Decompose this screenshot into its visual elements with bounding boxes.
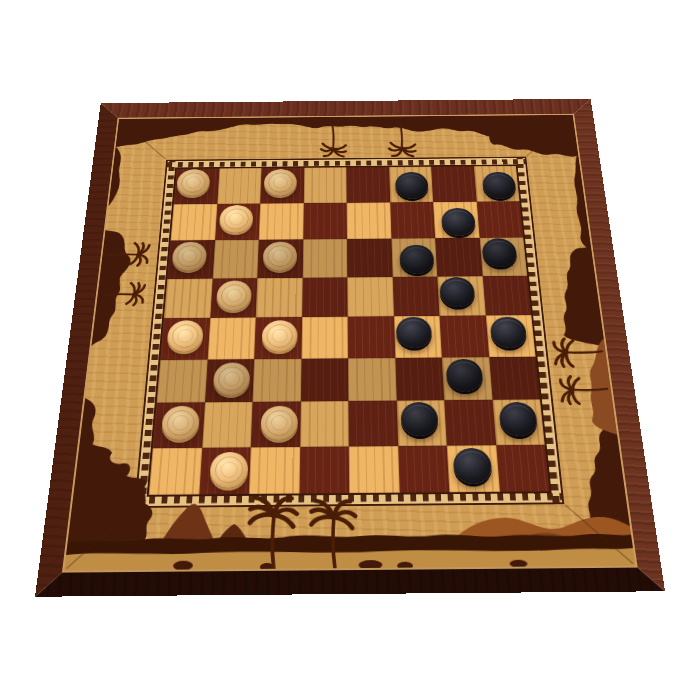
square-a2[interactable] xyxy=(153,402,205,447)
square-a8[interactable] xyxy=(174,168,219,204)
square-f5[interactable] xyxy=(392,276,439,316)
square-b8[interactable] xyxy=(217,168,262,204)
square-g7[interactable] xyxy=(433,201,479,238)
square-a4[interactable] xyxy=(160,318,209,360)
square-d4[interactable] xyxy=(301,317,348,359)
square-d1[interactable] xyxy=(299,446,349,494)
square-e3[interactable] xyxy=(348,358,396,402)
square-g1[interactable] xyxy=(447,445,500,492)
checker-piece-light[interactable] xyxy=(212,362,250,395)
tabletop xyxy=(35,99,665,597)
square-b4[interactable] xyxy=(207,317,256,359)
square-e4[interactable] xyxy=(348,316,395,358)
square-g2[interactable] xyxy=(444,400,496,445)
square-b6[interactable] xyxy=(212,240,258,278)
checker-piece-dark[interactable] xyxy=(399,245,434,274)
square-d6[interactable] xyxy=(302,239,347,277)
checker-piece-light[interactable] xyxy=(262,320,298,352)
square-e8[interactable] xyxy=(346,167,390,203)
checker-piece-light[interactable] xyxy=(172,242,208,271)
square-b2[interactable] xyxy=(202,402,253,447)
checker-piece-dark[interactable] xyxy=(441,208,476,236)
checker-piece-light[interactable] xyxy=(219,205,254,233)
square-c7[interactable] xyxy=(259,203,304,240)
checker-piece-light[interactable] xyxy=(176,169,211,196)
square-h2[interactable] xyxy=(492,399,545,444)
square-d3[interactable] xyxy=(300,358,348,402)
square-b1[interactable] xyxy=(199,447,251,495)
square-g8[interactable] xyxy=(431,166,476,201)
square-g3[interactable] xyxy=(442,357,492,400)
square-h8[interactable] xyxy=(473,166,519,201)
square-f4[interactable] xyxy=(394,316,442,358)
square-a3[interactable] xyxy=(157,359,208,403)
square-h1[interactable] xyxy=(496,444,550,491)
square-b5[interactable] xyxy=(210,278,257,318)
checker-piece-dark[interactable] xyxy=(498,402,538,437)
square-d2[interactable] xyxy=(300,401,349,446)
square-c8[interactable] xyxy=(260,168,304,204)
square-b3[interactable] xyxy=(205,359,255,403)
square-e6[interactable] xyxy=(347,239,392,277)
square-f8[interactable] xyxy=(389,167,433,202)
checker-piece-light[interactable] xyxy=(167,320,205,352)
square-d5[interactable] xyxy=(302,277,348,317)
checker-piece-light[interactable] xyxy=(161,406,200,441)
checker-piece-light[interactable] xyxy=(216,280,252,310)
square-g6[interactable] xyxy=(435,238,482,276)
square-f3[interactable] xyxy=(395,357,444,401)
checker-piece-dark[interactable] xyxy=(453,448,493,484)
checker-piece-dark[interactable] xyxy=(489,317,527,349)
square-d7[interactable] xyxy=(303,202,347,239)
square-c4[interactable] xyxy=(254,317,302,359)
checker-piece-dark[interactable] xyxy=(396,317,433,349)
checker-piece-light[interactable] xyxy=(264,169,297,196)
square-h4[interactable] xyxy=(485,315,535,357)
checker-piece-light[interactable] xyxy=(263,242,298,271)
square-f1[interactable] xyxy=(398,445,450,492)
checker-piece-light[interactable] xyxy=(209,452,248,488)
square-c6[interactable] xyxy=(257,239,303,277)
square-a1[interactable] xyxy=(149,447,202,495)
square-f2[interactable] xyxy=(396,400,446,445)
checker-piece-dark[interactable] xyxy=(481,172,516,199)
square-f7[interactable] xyxy=(390,202,435,239)
square-e5[interactable] xyxy=(347,277,393,317)
square-e7[interactable] xyxy=(347,202,391,239)
square-g4[interactable] xyxy=(439,315,488,357)
square-h7[interactable] xyxy=(476,201,523,238)
square-b7[interactable] xyxy=(215,203,261,240)
square-a5[interactable] xyxy=(164,278,212,318)
square-a7[interactable] xyxy=(171,204,217,241)
square-c2[interactable] xyxy=(251,401,301,446)
checker-piece-dark[interactable] xyxy=(446,359,484,392)
square-e2[interactable] xyxy=(348,401,397,446)
checker-piece-dark[interactable] xyxy=(439,277,476,307)
square-g5[interactable] xyxy=(437,276,485,316)
checkers-board xyxy=(149,166,550,495)
checker-piece-light[interactable] xyxy=(260,406,298,441)
square-h6[interactable] xyxy=(479,237,527,275)
square-a6[interactable] xyxy=(167,240,214,278)
square-c3[interactable] xyxy=(252,358,301,402)
square-e1[interactable] xyxy=(349,446,400,493)
checker-piece-dark[interactable] xyxy=(400,402,438,436)
checker-piece-dark[interactable] xyxy=(395,172,429,199)
photo-of-checkers-table xyxy=(0,0,700,700)
square-c5[interactable] xyxy=(256,277,303,317)
square-c1[interactable] xyxy=(249,446,300,494)
square-h5[interactable] xyxy=(482,275,531,315)
square-h3[interactable] xyxy=(489,356,540,399)
square-d8[interactable] xyxy=(303,167,346,203)
table-perspective-wrapper xyxy=(28,0,665,597)
checker-piece-dark[interactable] xyxy=(481,238,517,267)
square-f6[interactable] xyxy=(391,238,437,276)
